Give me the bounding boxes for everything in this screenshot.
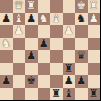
- square-d3[interactable]: [38, 63, 51, 76]
- square-h1[interactable]: ♜: [88, 88, 101, 101]
- square-d2[interactable]: [38, 75, 51, 88]
- piece-black-pawn[interactable]: ♟: [1, 75, 11, 88]
- piece-white-knight[interactable]: ♞: [1, 37, 11, 50]
- square-e6[interactable]: [50, 25, 63, 38]
- square-a5[interactable]: ♞: [0, 38, 13, 51]
- piece-white-pawn[interactable]: ♟: [14, 25, 24, 38]
- square-f8[interactable]: [63, 0, 76, 13]
- chess-diagram: ♛♜♚♜♟♝♟♞♝♞♟♟♟♞♟♟♛♜♟♚♟♟♜♝♜: [0, 0, 100, 100]
- square-b1[interactable]: [13, 88, 26, 101]
- square-c7[interactable]: ♟: [25, 13, 38, 26]
- square-b6[interactable]: ♟: [13, 25, 26, 38]
- piece-white-knight[interactable]: ♞: [39, 12, 49, 25]
- square-b4[interactable]: [13, 50, 26, 63]
- square-g7[interactable]: ♞: [75, 13, 88, 26]
- square-g6[interactable]: [75, 25, 88, 38]
- square-c6[interactable]: [25, 25, 38, 38]
- piece-black-knight[interactable]: ♞: [76, 12, 86, 25]
- piece-black-pawn[interactable]: ♟: [26, 50, 36, 63]
- square-d5[interactable]: ♟: [38, 38, 51, 51]
- square-e4[interactable]: [50, 50, 63, 63]
- square-h3[interactable]: [88, 63, 101, 76]
- piece-white-pawn[interactable]: ♟: [89, 12, 99, 25]
- square-e5[interactable]: [50, 38, 63, 51]
- square-e3[interactable]: [50, 63, 63, 76]
- piece-black-pawn[interactable]: ♟: [39, 37, 49, 50]
- square-b5[interactable]: [13, 38, 26, 51]
- square-f1[interactable]: ♝: [63, 88, 76, 101]
- piece-black-pawn[interactable]: ♟: [26, 12, 36, 25]
- square-d1[interactable]: [38, 88, 51, 101]
- square-d4[interactable]: [38, 50, 51, 63]
- square-d7[interactable]: ♞: [38, 13, 51, 26]
- square-a1[interactable]: [0, 88, 13, 101]
- square-f5[interactable]: [63, 38, 76, 51]
- piece-black-king[interactable]: ♚: [26, 75, 36, 88]
- square-c4[interactable]: ♟: [25, 50, 38, 63]
- square-g1[interactable]: [75, 88, 88, 101]
- piece-black-rook[interactable]: ♜: [89, 87, 99, 100]
- piece-black-rook[interactable]: ♜: [51, 87, 61, 100]
- square-c2[interactable]: ♚: [25, 75, 38, 88]
- piece-white-pawn[interactable]: ♟: [64, 25, 74, 38]
- square-h6[interactable]: [88, 25, 101, 38]
- square-a4[interactable]: [0, 50, 13, 63]
- square-h4[interactable]: [88, 50, 101, 63]
- piece-black-pawn[interactable]: ♟: [76, 75, 86, 88]
- square-h5[interactable]: [88, 38, 101, 51]
- square-b3[interactable]: [13, 63, 26, 76]
- square-h7[interactable]: ♟: [88, 13, 101, 26]
- square-c1[interactable]: [25, 88, 38, 101]
- square-g4[interactable]: ♛: [75, 50, 88, 63]
- piece-black-queen[interactable]: ♛: [76, 50, 86, 63]
- square-e7[interactable]: ♝: [50, 13, 63, 26]
- square-b2[interactable]: [13, 75, 26, 88]
- square-f6[interactable]: ♟: [63, 25, 76, 38]
- piece-black-pawn[interactable]: ♟: [1, 12, 11, 25]
- square-a2[interactable]: ♟: [0, 75, 13, 88]
- square-e1[interactable]: ♜: [50, 88, 63, 101]
- piece-white-bishop[interactable]: ♝: [51, 12, 61, 25]
- piece-black-bishop[interactable]: ♝: [64, 87, 74, 100]
- square-a7[interactable]: ♟: [0, 13, 13, 26]
- square-g2[interactable]: ♟: [75, 75, 88, 88]
- chess-board: ♛♜♚♜♟♝♟♞♝♞♟♟♟♞♟♟♛♜♟♚♟♟♜♝♜: [0, 0, 100, 100]
